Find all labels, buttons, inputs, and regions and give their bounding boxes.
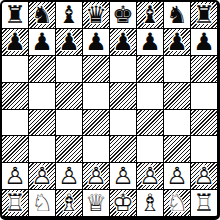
square-h8[interactable]: ♜ [191, 2, 217, 28]
square-g3[interactable] [164, 136, 190, 162]
white-piece-outline: ♙ [139, 162, 161, 190]
square-g2[interactable]: ♟♙ [164, 163, 190, 189]
white-king-e1: ♚♔ [112, 191, 134, 215]
square-c3[interactable] [56, 136, 82, 162]
square-b2[interactable]: ♟♙ [29, 163, 55, 189]
square-a5[interactable] [2, 83, 28, 109]
square-b3[interactable] [29, 136, 55, 162]
black-pawn-e7: ♟ [112, 30, 134, 54]
chess-board: ♜♞♝♛♚♝♞♜♟♟♟♟♟♟♟♟♟♙♟♙♟♙♟♙♟♙♟♙♟♙♟♙♜♖♞♘♝♗♛♕… [0, 0, 220, 220]
white-piece-outline: ♖ [193, 189, 215, 217]
white-pawn-d2: ♟♙ [85, 164, 107, 188]
square-g5[interactable] [164, 83, 190, 109]
square-a8[interactable]: ♜ [2, 2, 28, 28]
black-pawn-a7: ♟ [4, 30, 26, 54]
square-c1[interactable]: ♝♗ [56, 190, 82, 216]
black-pawn-d7: ♟ [85, 30, 107, 54]
white-piece-outline: ♗ [139, 189, 161, 217]
square-f1[interactable]: ♝♗ [137, 190, 163, 216]
square-b6[interactable] [29, 56, 55, 82]
black-rook-a8: ♜ [4, 3, 26, 27]
square-b8[interactable]: ♞ [29, 2, 55, 28]
white-pawn-c2: ♟♙ [58, 164, 80, 188]
black-pawn-g7: ♟ [166, 30, 188, 54]
square-e7[interactable]: ♟ [110, 29, 136, 55]
white-piece-outline: ♕ [85, 189, 107, 217]
square-f3[interactable] [137, 136, 163, 162]
square-h6[interactable] [191, 56, 217, 82]
square-b5[interactable] [29, 83, 55, 109]
white-knight-b1: ♞♘ [31, 191, 53, 215]
square-f7[interactable]: ♟ [137, 29, 163, 55]
square-d3[interactable] [83, 136, 109, 162]
white-bishop-c1: ♝♗ [58, 191, 80, 215]
white-piece-outline: ♘ [31, 189, 53, 217]
white-piece-outline: ♙ [4, 162, 26, 190]
white-rook-h1: ♜♖ [193, 191, 215, 215]
square-a4[interactable] [2, 110, 28, 136]
square-f5[interactable] [137, 83, 163, 109]
white-pawn-b2: ♟♙ [31, 164, 53, 188]
white-pawn-f2: ♟♙ [139, 164, 161, 188]
black-king-e8: ♚ [112, 3, 134, 27]
black-knight-b8: ♞ [31, 3, 53, 27]
white-piece-outline: ♗ [58, 189, 80, 217]
square-d6[interactable] [83, 56, 109, 82]
square-d5[interactable] [83, 83, 109, 109]
square-a7[interactable]: ♟ [2, 29, 28, 55]
square-b1[interactable]: ♞♘ [29, 190, 55, 216]
black-queen-d8: ♛ [85, 3, 107, 27]
white-piece-outline: ♘ [166, 189, 188, 217]
black-bishop-c8: ♝ [58, 3, 80, 27]
square-d2[interactable]: ♟♙ [83, 163, 109, 189]
square-e5[interactable] [110, 83, 136, 109]
square-c2[interactable]: ♟♙ [56, 163, 82, 189]
white-rook-a1: ♜♖ [4, 191, 26, 215]
white-knight-g1: ♞♘ [166, 191, 188, 215]
square-e1[interactable]: ♚♔ [110, 190, 136, 216]
square-h3[interactable] [191, 136, 217, 162]
square-d7[interactable]: ♟ [83, 29, 109, 55]
white-pawn-h2: ♟♙ [193, 164, 215, 188]
square-e4[interactable] [110, 110, 136, 136]
black-rook-h8: ♜ [193, 3, 215, 27]
white-bishop-f1: ♝♗ [139, 191, 161, 215]
square-h7[interactable]: ♟ [191, 29, 217, 55]
white-pawn-g2: ♟♙ [166, 164, 188, 188]
white-piece-outline: ♙ [31, 162, 53, 190]
white-piece-outline: ♙ [58, 162, 80, 190]
white-queen-d1: ♛♕ [85, 191, 107, 215]
square-h4[interactable] [191, 110, 217, 136]
square-g6[interactable] [164, 56, 190, 82]
black-knight-g8: ♞ [166, 3, 188, 27]
white-pawn-e2: ♟♙ [112, 164, 134, 188]
square-f8[interactable]: ♝ [137, 2, 163, 28]
white-piece-outline: ♙ [85, 162, 107, 190]
square-d8[interactable]: ♛ [83, 2, 109, 28]
white-piece-outline: ♔ [112, 189, 134, 217]
square-e6[interactable] [110, 56, 136, 82]
square-g7[interactable]: ♟ [164, 29, 190, 55]
square-d1[interactable]: ♛♕ [83, 190, 109, 216]
black-pawn-b7: ♟ [31, 30, 53, 54]
square-g4[interactable] [164, 110, 190, 136]
white-pawn-a2: ♟♙ [4, 164, 26, 188]
square-a2[interactable]: ♟♙ [2, 163, 28, 189]
square-c7[interactable]: ♟ [56, 29, 82, 55]
black-pawn-f7: ♟ [139, 30, 161, 54]
square-e2[interactable]: ♟♙ [110, 163, 136, 189]
square-d4[interactable] [83, 110, 109, 136]
square-c8[interactable]: ♝ [56, 2, 82, 28]
square-a6[interactable] [2, 56, 28, 82]
square-h1[interactable]: ♜♖ [191, 190, 217, 216]
black-pawn-h7: ♟ [193, 30, 215, 54]
square-b4[interactable] [29, 110, 55, 136]
white-piece-outline: ♙ [166, 162, 188, 190]
square-b7[interactable]: ♟ [29, 29, 55, 55]
square-e3[interactable] [110, 136, 136, 162]
square-c4[interactable] [56, 110, 82, 136]
square-f4[interactable] [137, 110, 163, 136]
white-piece-outline: ♖ [4, 189, 26, 217]
black-pawn-c7: ♟ [58, 30, 80, 54]
white-piece-outline: ♙ [112, 162, 134, 190]
square-a3[interactable] [2, 136, 28, 162]
white-piece-outline: ♙ [193, 162, 215, 190]
square-g8[interactable]: ♞ [164, 2, 190, 28]
square-f6[interactable] [137, 56, 163, 82]
black-bishop-f8: ♝ [139, 3, 161, 27]
square-g1[interactable]: ♞♘ [164, 190, 190, 216]
chess-diagram: ♜♞♝♛♚♝♞♜♟♟♟♟♟♟♟♟♟♙♟♙♟♙♟♙♟♙♟♙♟♙♟♙♜♖♞♘♝♗♛♕… [0, 0, 220, 220]
square-c5[interactable] [56, 83, 82, 109]
square-e8[interactable]: ♚ [110, 2, 136, 28]
square-f2[interactable]: ♟♙ [137, 163, 163, 189]
square-h2[interactable]: ♟♙ [191, 163, 217, 189]
square-a1[interactable]: ♜♖ [2, 190, 28, 216]
square-c6[interactable] [56, 56, 82, 82]
square-h5[interactable] [191, 83, 217, 109]
